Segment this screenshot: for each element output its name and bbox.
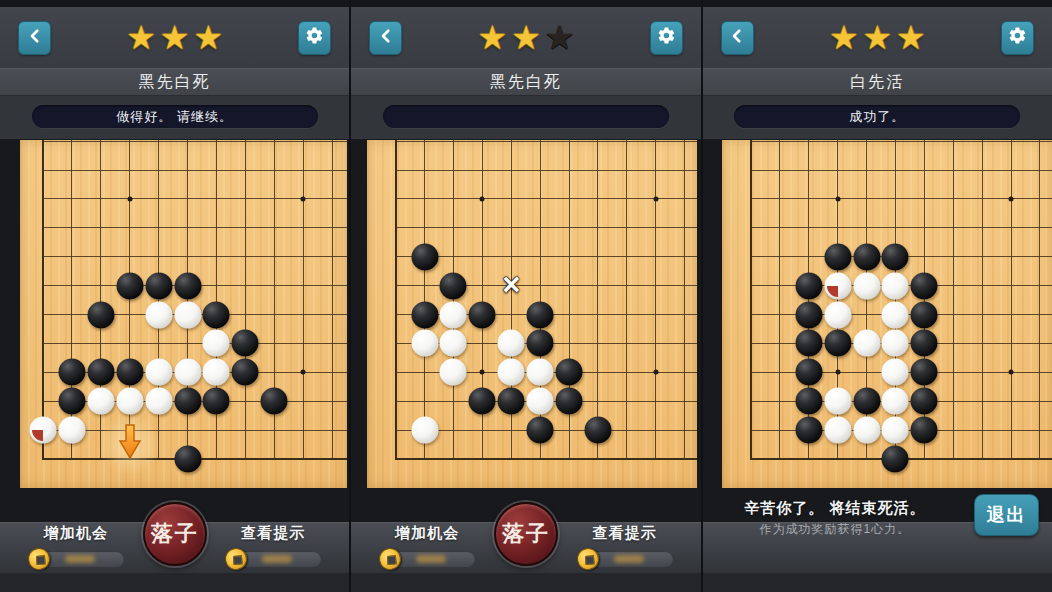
- message-strip: [351, 96, 700, 139]
- grid-line: [42, 141, 347, 142]
- black-stone: [116, 359, 143, 386]
- play-stone-label: 落子: [151, 519, 199, 549]
- view-hint-label: 查看提示: [577, 524, 673, 543]
- black-stone: [174, 446, 201, 473]
- white-stone: [882, 301, 909, 328]
- black-stone: [824, 243, 851, 270]
- add-chance-button[interactable]: 增加机会: [379, 524, 475, 570]
- grid-line: [42, 170, 347, 171]
- puzzle-title: 白先活: [703, 68, 1052, 96]
- puzzle-panel-2: ★ ★ ★ 黑先白死 × 增加机会: [349, 0, 700, 592]
- grid-line: [303, 140, 304, 460]
- message-strip: 做得好。 请继续。: [0, 96, 349, 139]
- white-stone: [174, 301, 201, 328]
- star-rating: ★ ★ ★: [754, 21, 1001, 54]
- star-icon: ★: [126, 21, 156, 54]
- black-stone: [411, 243, 438, 270]
- grid-line: [395, 141, 698, 142]
- black-stone: [853, 243, 880, 270]
- grid-line: [982, 140, 983, 460]
- black-stone: [527, 417, 554, 444]
- footer: 增加机会 落子 查看提示: [0, 488, 349, 592]
- white-stone: [853, 330, 880, 357]
- black-stone: [795, 359, 822, 386]
- star-point: [480, 196, 485, 201]
- white-stone: [824, 301, 851, 328]
- black-stone: [203, 388, 230, 415]
- black-stone: [87, 359, 114, 386]
- black-stone: [232, 359, 259, 386]
- bottom-strip: [0, 573, 349, 592]
- grid-line: [655, 140, 656, 460]
- grid-line: [42, 227, 347, 228]
- grid-line: [42, 343, 347, 344]
- price-row: [379, 548, 475, 570]
- price-row: [225, 548, 321, 570]
- white-stone: [411, 330, 438, 357]
- grid-line: [453, 140, 454, 460]
- status-strip: [351, 0, 700, 7]
- back-button[interactable]: [369, 21, 402, 55]
- white-stone: [498, 330, 525, 357]
- status-strip: [703, 0, 1052, 7]
- star-icon: ★: [545, 21, 575, 54]
- black-stone: [795, 301, 822, 328]
- black-stone: [174, 388, 201, 415]
- grid-line: [332, 140, 333, 460]
- grid-line: [626, 140, 627, 460]
- black-stone: [556, 388, 583, 415]
- black-stone: [498, 388, 525, 415]
- back-button[interactable]: [18, 21, 51, 55]
- star-icon: ★: [193, 21, 223, 54]
- star-icon: ★: [478, 21, 508, 54]
- bottom-strip: [351, 573, 700, 592]
- black-stone: [824, 330, 851, 357]
- grid-line: [395, 458, 698, 460]
- black-stone: [882, 243, 909, 270]
- grid-line: [750, 198, 1052, 199]
- star-point: [1009, 370, 1014, 375]
- chevron-left-icon: [728, 26, 746, 50]
- view-hint-button[interactable]: 查看提示: [225, 524, 321, 570]
- black-stone: [203, 301, 230, 328]
- black-stone: [556, 359, 583, 386]
- white-stone: [527, 359, 554, 386]
- white-stone: [116, 388, 143, 415]
- white-stone: [882, 359, 909, 386]
- white-stone: [411, 417, 438, 444]
- go-board[interactable]: ×: [367, 140, 697, 488]
- grid-line: [779, 140, 780, 460]
- grid-line: [953, 140, 954, 460]
- status-message-pill: 做得好。 请继续。: [32, 105, 318, 128]
- view-hint-button[interactable]: 查看提示: [577, 524, 673, 570]
- black-stone: [411, 301, 438, 328]
- back-button[interactable]: [721, 21, 754, 55]
- white-stone: [824, 388, 851, 415]
- chinese-coin-icon: [223, 546, 249, 572]
- white-stone: [203, 359, 230, 386]
- app: ★ ★ ★ 黑先白死 做得好。 请继续。 增加机会: [0, 0, 1052, 592]
- exit-label: 退出: [986, 503, 1026, 527]
- black-stone: [469, 301, 496, 328]
- white-stone: [440, 301, 467, 328]
- black-stone: [584, 417, 611, 444]
- gear-icon: [1008, 26, 1027, 49]
- black-stone: [232, 330, 259, 357]
- black-stone: [911, 417, 938, 444]
- result-line2: 作为成功奖励获得1心力。: [733, 521, 937, 538]
- star-point: [301, 196, 306, 201]
- price-row: [577, 548, 673, 570]
- star-rating: ★ ★ ★: [51, 21, 298, 54]
- chinese-coin-icon: [377, 546, 403, 572]
- black-stone: [87, 301, 114, 328]
- status-message: 成功了。: [849, 108, 905, 126]
- black-stone: [440, 272, 467, 299]
- star-icon: ★: [863, 21, 893, 54]
- star-icon: ★: [511, 21, 541, 54]
- white-stone: [882, 272, 909, 299]
- black-stone: [911, 359, 938, 386]
- puzzle-title: 黑先白死: [351, 68, 700, 96]
- add-chance-label: 增加机会: [379, 524, 475, 543]
- black-stone: [145, 272, 172, 299]
- play-stone-label: 落子: [502, 519, 550, 549]
- footer: 增加机会 落子 查看提示: [351, 488, 700, 592]
- grid-line: [597, 140, 598, 460]
- white-stone: [145, 301, 172, 328]
- puzzle-panel-3: ★ ★ ★ 白先活 成功了。 辛苦你了。 将结束死活。 作为成功奖励获得1心力。…: [701, 0, 1052, 592]
- black-stone: [911, 388, 938, 415]
- play-stone-button[interactable]: 落子: [494, 502, 558, 566]
- black-stone: [58, 359, 85, 386]
- star-point: [480, 370, 485, 375]
- grid-line: [395, 140, 397, 460]
- price-value-blurred: [614, 555, 644, 563]
- header-bar: ★ ★ ★: [703, 7, 1052, 68]
- board-zone: [0, 139, 349, 488]
- status-message: 做得好。 请继续。: [116, 108, 233, 126]
- board-zone: ×: [351, 139, 700, 488]
- header-bar: ★ ★ ★: [0, 7, 349, 68]
- white-stone: [853, 417, 880, 444]
- puzzle-panel-1: ★ ★ ★ 黑先白死 做得好。 请继续。 增加机会: [0, 0, 349, 592]
- star-point: [127, 196, 132, 201]
- black-stone: [911, 301, 938, 328]
- black-stone: [116, 272, 143, 299]
- grid-line: [395, 170, 698, 171]
- star-icon: ★: [160, 21, 190, 54]
- star-point: [1009, 196, 1014, 201]
- result-line1: 辛苦你了。 将结束死活。: [733, 499, 937, 518]
- black-stone: [795, 272, 822, 299]
- black-stone: [527, 301, 554, 328]
- grid-line: [684, 140, 685, 460]
- star-point: [653, 370, 658, 375]
- black-stone: [882, 446, 909, 473]
- chinese-coin-icon: [575, 546, 601, 572]
- status-message-pill: [383, 105, 669, 128]
- grid-line: [42, 140, 44, 460]
- add-chance-button[interactable]: 增加机会: [28, 524, 124, 570]
- puzzle-title: 黑先白死: [0, 68, 349, 96]
- black-stone: [795, 330, 822, 357]
- black-stone: [58, 388, 85, 415]
- grid-line: [1011, 140, 1012, 460]
- black-stone: [795, 417, 822, 444]
- go-board[interactable]: [722, 140, 1052, 488]
- white-x-mark: ×: [502, 266, 520, 302]
- board-zone: [703, 139, 1052, 488]
- star-rating: ★ ★ ★: [402, 21, 649, 54]
- orange-down-arrow-icon: [118, 424, 142, 460]
- message-strip: 成功了。: [703, 96, 1052, 139]
- white-stone: [882, 388, 909, 415]
- white-stone: [853, 272, 880, 299]
- white-stone: [527, 388, 554, 415]
- white-stone: [203, 330, 230, 357]
- footer: 辛苦你了。 将结束死活。 作为成功奖励获得1心力。 退出: [703, 488, 1052, 592]
- status-message-pill: 成功了。: [734, 105, 1020, 128]
- add-chance-label: 增加机会: [28, 524, 124, 543]
- price-row: [28, 548, 124, 570]
- grid-line: [42, 256, 347, 257]
- grid-line: [750, 141, 1052, 142]
- white-stone: [145, 359, 172, 386]
- grid-line: [395, 198, 698, 199]
- star-point: [301, 370, 306, 375]
- black-stone: [853, 388, 880, 415]
- settings-button[interactable]: [1001, 21, 1034, 55]
- exit-button[interactable]: 退出: [974, 494, 1039, 536]
- grid-line: [750, 170, 1052, 171]
- bottom-strip: [703, 573, 1052, 592]
- price-value-blurred: [416, 555, 446, 563]
- grid-line: [395, 256, 698, 257]
- grid-line: [42, 430, 347, 431]
- grid-line: [424, 140, 425, 460]
- white-stone: [145, 388, 172, 415]
- black-stone: [527, 330, 554, 357]
- white-stone: [87, 388, 114, 415]
- chinese-coin-icon: [26, 546, 52, 572]
- white-stone: [882, 330, 909, 357]
- gear-icon: [657, 26, 676, 49]
- black-stone: [911, 272, 938, 299]
- settings-button[interactable]: [298, 21, 331, 55]
- black-stone: [469, 388, 496, 415]
- white-stone: [58, 417, 85, 444]
- result-text: 辛苦你了。 将结束死活。 作为成功奖励获得1心力。: [733, 499, 937, 538]
- white-stone: [824, 417, 851, 444]
- grid-line: [395, 227, 698, 228]
- black-stone: [261, 388, 288, 415]
- gear-icon: [305, 26, 324, 49]
- black-stone: [795, 388, 822, 415]
- grid-line: [750, 227, 1052, 228]
- price-value-blurred: [65, 555, 95, 563]
- white-stone: [174, 359, 201, 386]
- price-value-blurred: [262, 555, 292, 563]
- black-stone: [911, 330, 938, 357]
- status-strip: [0, 0, 349, 7]
- go-board[interactable]: [20, 140, 347, 488]
- grid-line: [245, 140, 246, 460]
- white-stone: [440, 330, 467, 357]
- view-hint-label: 查看提示: [225, 524, 321, 543]
- header-bar: ★ ★ ★: [351, 7, 700, 68]
- white-stone: [882, 417, 909, 444]
- star-point: [835, 370, 840, 375]
- star-icon: ★: [829, 21, 859, 54]
- chevron-left-icon: [377, 26, 395, 50]
- settings-button[interactable]: [650, 21, 683, 55]
- chevron-left-icon: [26, 26, 44, 50]
- grid-line: [750, 140, 752, 460]
- star-point: [835, 196, 840, 201]
- black-stone: [174, 272, 201, 299]
- star-point: [653, 196, 658, 201]
- grid-line: [1039, 140, 1040, 460]
- white-stone: [498, 359, 525, 386]
- play-stone-button[interactable]: 落子: [143, 502, 207, 566]
- white-stone: [440, 359, 467, 386]
- star-icon: ★: [896, 21, 926, 54]
